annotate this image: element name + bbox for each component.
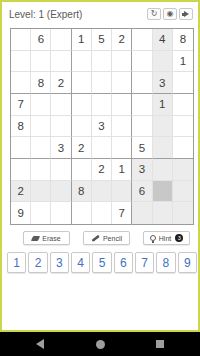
sudoku-cell-r3c4[interactable] <box>72 72 92 94</box>
sudoku-cell-r8c3[interactable] <box>51 181 71 203</box>
numpad-button-6[interactable]: 6 <box>114 252 133 273</box>
sudoku-cell-r4c8[interactable]: 1 <box>153 94 173 116</box>
sudoku-cell-r1c9[interactable]: 8 <box>173 29 193 51</box>
sudoku-cell-r8c6[interactable] <box>112 181 132 203</box>
sudoku-cell-r7c2[interactable] <box>31 159 51 181</box>
numpad-button-7[interactable]: 7 <box>135 252 154 273</box>
sudoku-cell-r4c1[interactable]: 7 <box>11 94 31 116</box>
sudoku-cell-r7c6[interactable]: 1 <box>112 159 132 181</box>
sudoku-cell-r5c5[interactable]: 3 <box>92 116 112 138</box>
sudoku-cell-r6c4[interactable]: 2 <box>72 137 92 159</box>
sudoku-cell-r8c5[interactable] <box>92 181 112 203</box>
sudoku-cell-r3c7[interactable] <box>132 72 152 94</box>
back-icon[interactable] <box>36 339 44 349</box>
volume-icon <box>182 10 190 18</box>
sudoku-cell-r1c8[interactable]: 4 <box>153 29 173 51</box>
hint-count-badge: 3 <box>175 234 183 242</box>
app-window: Level: 1 (Expert) ↻ ◉ 615248182371833252… <box>0 0 200 332</box>
sudoku-cell-r9c5[interactable] <box>92 202 112 224</box>
sudoku-cell-r9c3[interactable] <box>51 202 71 224</box>
sudoku-cell-r3c1[interactable] <box>11 72 31 94</box>
erase-button[interactable]: Erase <box>23 231 70 245</box>
sudoku-cell-r6c3[interactable]: 3 <box>51 137 71 159</box>
home-icon[interactable] <box>96 340 105 349</box>
sudoku-cell-r2c5[interactable] <box>92 51 112 73</box>
sudoku-cell-r7c1[interactable] <box>11 159 31 181</box>
sudoku-cell-r9c1[interactable]: 9 <box>11 202 31 224</box>
erase-label: Erase <box>42 235 60 242</box>
sudoku-cell-r6c1[interactable] <box>11 137 31 159</box>
sudoku-cell-r4c4[interactable] <box>72 94 92 116</box>
sudoku-cell-r2c3[interactable] <box>51 51 71 73</box>
sudoku-cell-r2c6[interactable] <box>112 51 132 73</box>
action-bar: Erase Pencil Hint 3 <box>23 231 190 245</box>
sudoku-cell-r5c3[interactable] <box>51 116 71 138</box>
sudoku-cell-r7c3[interactable] <box>51 159 71 181</box>
hint-label: Hint <box>159 235 171 242</box>
record-icon: ◉ <box>167 10 174 18</box>
sudoku-cell-r2c2[interactable] <box>31 51 51 73</box>
sudoku-cell-r7c9[interactable] <box>173 159 193 181</box>
sudoku-cell-r5c6[interactable] <box>112 116 132 138</box>
sudoku-cell-r6c8[interactable] <box>153 137 173 159</box>
sudoku-cell-r5c1[interactable]: 8 <box>11 116 31 138</box>
sudoku-cell-r1c7[interactable] <box>132 29 152 51</box>
sudoku-cell-r6c7[interactable]: 5 <box>132 137 152 159</box>
level-title: Level: 1 (Expert) <box>9 9 147 20</box>
toolbar: ↻ ◉ <box>147 8 193 20</box>
sudoku-cell-r1c6[interactable]: 2 <box>112 29 132 51</box>
sudoku-cell-r2c7[interactable] <box>132 51 152 73</box>
sudoku-cell-r4c6[interactable] <box>112 94 132 116</box>
pencil-button[interactable]: Pencil <box>83 231 130 245</box>
sudoku-cell-r6c5[interactable] <box>92 137 112 159</box>
sudoku-cell-r5c4[interactable] <box>72 116 92 138</box>
pencil-icon <box>91 234 100 242</box>
sudoku-cell-r7c5[interactable]: 2 <box>92 159 112 181</box>
sudoku-cell-r3c6[interactable] <box>112 72 132 94</box>
sudoku-cell-r4c9[interactable] <box>173 94 193 116</box>
sudoku-cell-r9c7[interactable] <box>132 202 152 224</box>
sudoku-cell-r1c2[interactable]: 6 <box>31 29 51 51</box>
pencil-label: Pencil <box>103 235 122 242</box>
sudoku-cell-r3c9[interactable] <box>173 72 193 94</box>
eraser-icon <box>31 236 40 241</box>
numpad-button-4[interactable]: 4 <box>71 252 90 273</box>
sudoku-cell-r4c3[interactable] <box>51 94 71 116</box>
sudoku-cell-r4c2[interactable] <box>31 94 51 116</box>
sudoku-cell-r8c7[interactable]: 6 <box>132 181 152 203</box>
sudoku-cell-r9c8[interactable] <box>153 202 173 224</box>
numpad: 123456789 <box>7 252 197 273</box>
numpad-button-1[interactable]: 1 <box>7 252 26 273</box>
sudoku-cell-r3c3[interactable]: 2 <box>51 72 71 94</box>
numpad-button-8[interactable]: 8 <box>156 252 175 273</box>
sudoku-cell-r4c5[interactable] <box>92 94 112 116</box>
sudoku-cell-r1c1[interactable] <box>11 29 31 51</box>
sudoku-cell-r3c8[interactable]: 3 <box>153 72 173 94</box>
sudoku-cell-r3c2[interactable]: 8 <box>31 72 51 94</box>
sudoku-cell-r2c1[interactable] <box>11 51 31 73</box>
sudoku-cell-r7c7[interactable]: 3 <box>132 159 152 181</box>
sudoku-cell-r9c4[interactable] <box>72 202 92 224</box>
sudoku-cell-r8c1[interactable]: 2 <box>11 181 31 203</box>
refresh-icon: ↻ <box>151 10 158 18</box>
refresh-button[interactable]: ↻ <box>147 8 161 20</box>
sudoku-cell-r3c5[interactable] <box>92 72 112 94</box>
sudoku-cell-r8c4[interactable]: 8 <box>72 181 92 203</box>
android-nav-bar <box>0 332 200 356</box>
sudoku-cell-r5c9[interactable] <box>173 116 193 138</box>
numpad-button-3[interactable]: 3 <box>50 252 69 273</box>
recents-icon[interactable] <box>156 340 164 348</box>
sudoku-cell-r9c2[interactable] <box>31 202 51 224</box>
sudoku-cell-r1c5[interactable]: 5 <box>92 29 112 51</box>
sudoku-cell-r5c2[interactable] <box>31 116 51 138</box>
sudoku-cell-r9c6[interactable]: 7 <box>112 202 132 224</box>
sudoku-cell-r6c9[interactable] <box>173 137 193 159</box>
lightbulb-icon <box>150 235 156 241</box>
hint-button[interactable]: Hint 3 <box>143 231 190 245</box>
sudoku-cell-r7c8[interactable] <box>153 159 173 181</box>
sudoku-cell-r8c2[interactable] <box>31 181 51 203</box>
record-button[interactable]: ◉ <box>163 8 177 20</box>
sudoku-cell-r1c3[interactable] <box>51 29 71 51</box>
numpad-button-2[interactable]: 2 <box>28 252 47 273</box>
sudoku-cell-r1c4[interactable]: 1 <box>72 29 92 51</box>
sudoku-cell-r6c2[interactable] <box>31 137 51 159</box>
sudoku-cell-r8c9[interactable] <box>173 181 193 203</box>
sudoku-cell-r5c7[interactable] <box>132 116 152 138</box>
numpad-button-5[interactable]: 5 <box>92 252 111 273</box>
sudoku-cell-r4c7[interactable] <box>132 94 152 116</box>
sudoku-cell-r2c4[interactable] <box>72 51 92 73</box>
sudoku-cell-r9c9[interactable] <box>173 202 193 224</box>
sudoku-cell-r5c8[interactable] <box>153 116 173 138</box>
sudoku-cell-r8c8[interactable] <box>153 181 173 203</box>
sudoku-board: 6152481823718332521328697 <box>10 28 194 225</box>
sudoku-cell-r7c4[interactable] <box>72 159 92 181</box>
top-bar: Level: 1 (Expert) ↻ ◉ <box>2 2 198 24</box>
sudoku-cell-r2c9[interactable]: 1 <box>173 51 193 73</box>
sudoku-cell-r2c8[interactable] <box>153 51 173 73</box>
sudoku-cell-r6c6[interactable] <box>112 137 132 159</box>
numpad-button-9[interactable]: 9 <box>178 252 197 273</box>
volume-button[interactable] <box>179 8 193 20</box>
